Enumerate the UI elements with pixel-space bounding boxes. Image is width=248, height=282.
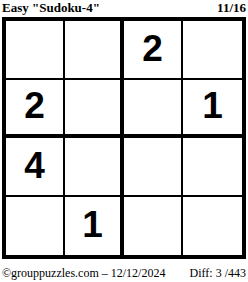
sudoku-page: Easy "Sudoku-4" 11/16 22141 ©grouppuzzle… bbox=[0, 0, 248, 282]
difficulty-text: Diff: 3 /443 bbox=[190, 266, 246, 280]
given-digit: 2 bbox=[142, 30, 163, 67]
copyright-text: ©grouppuzzles.com – 12/12/2024 bbox=[2, 266, 165, 280]
cell-r1c1[interactable] bbox=[6, 21, 65, 80]
cell-r4c1[interactable] bbox=[6, 197, 65, 256]
cell-r4c4[interactable] bbox=[183, 197, 242, 256]
cell-r3c1[interactable]: 4 bbox=[6, 138, 65, 197]
puzzle-progress: 11/16 bbox=[217, 0, 246, 16]
cell-r2c3[interactable] bbox=[124, 80, 183, 139]
sudoku-board: 22141 bbox=[2, 17, 246, 259]
header: Easy "Sudoku-4" 11/16 bbox=[0, 0, 248, 17]
cell-r4c2[interactable]: 1 bbox=[65, 197, 124, 256]
cell-r1c2[interactable] bbox=[65, 21, 124, 80]
cell-r3c3[interactable] bbox=[124, 138, 183, 197]
cell-r1c3[interactable]: 2 bbox=[124, 21, 183, 80]
cell-r4c3[interactable] bbox=[124, 197, 183, 256]
given-digit: 2 bbox=[24, 87, 45, 124]
cell-r2c2[interactable] bbox=[65, 80, 124, 139]
puzzle-title: Easy "Sudoku-4" bbox=[2, 0, 100, 16]
cell-r1c4[interactable] bbox=[183, 21, 242, 80]
given-digit: 1 bbox=[202, 87, 223, 124]
given-digit: 4 bbox=[24, 147, 45, 184]
cell-r3c4[interactable] bbox=[183, 138, 242, 197]
cell-r2c4[interactable]: 1 bbox=[183, 80, 242, 139]
given-digit: 1 bbox=[82, 206, 103, 243]
cell-r3c2[interactable] bbox=[65, 138, 124, 197]
footer: ©grouppuzzles.com – 12/12/2024 Diff: 3 /… bbox=[0, 266, 248, 280]
cell-r2c1[interactable]: 2 bbox=[6, 80, 65, 139]
